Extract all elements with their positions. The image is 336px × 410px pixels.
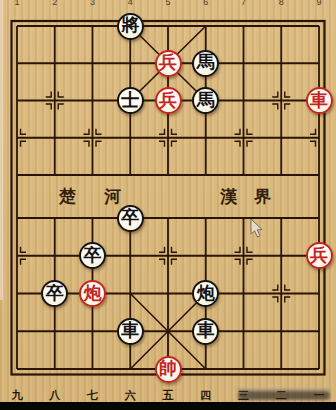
file-label-bottom-2: 八 (49, 388, 60, 403)
piece-character: 帥 (159, 355, 177, 382)
file-label-top-5: 5 (165, 0, 170, 7)
piece-character: 卒 (121, 204, 139, 231)
piece-red-cannon[interactable]: 炮 (79, 280, 106, 307)
piece-character: 卒 (46, 280, 64, 307)
piece-black-advisor[interactable]: 士 (117, 87, 144, 114)
piece-black-chariot[interactable]: 車 (192, 318, 219, 345)
file-label-top-9: 9 (316, 0, 321, 7)
piece-red-general[interactable]: 帥 (155, 356, 182, 383)
piece-character: 馬 (197, 87, 215, 114)
river-label-chu-he: 楚 河 (59, 187, 121, 206)
piece-red-soldier[interactable]: 兵 (306, 242, 333, 269)
file-label-bottom-5: 五 (163, 388, 174, 403)
file-label-bottom-1: 九 (12, 388, 23, 403)
piece-red-soldier[interactable]: 兵 (155, 87, 182, 114)
piece-red-chariot[interactable]: 車 (306, 87, 333, 114)
file-label-bottom-4: 六 (125, 388, 136, 403)
piece-character: 炮 (84, 280, 102, 307)
file-label-bottom-3: 七 (87, 388, 98, 403)
file-label-top-1: 1 (14, 0, 19, 7)
river-char: 界 (254, 187, 271, 206)
file-label-top-2: 2 (52, 0, 57, 7)
bottom-black-bar (0, 402, 336, 410)
piece-character: 兵 (310, 242, 328, 269)
piece-character: 車 (197, 317, 215, 344)
river-char: 漢 (220, 187, 237, 206)
file-label-top-8: 8 (279, 0, 284, 7)
river-label-han-jie: 漢 界 (220, 187, 271, 206)
xiangqi-board-screenshot: 123456789 九八七六五四三二一 楚 河 漢 界 將兵馬士兵馬車卒卒兵卒炮… (0, 0, 336, 410)
piece-red-soldier[interactable]: 兵 (155, 50, 182, 77)
piece-black-soldier[interactable]: 卒 (117, 205, 144, 232)
piece-black-horse[interactable]: 馬 (192, 50, 219, 77)
file-label-bottom-6: 四 (200, 388, 211, 403)
file-label-top-7: 7 (241, 0, 246, 7)
mouse-cursor-icon (250, 219, 266, 239)
file-label-top-3: 3 (90, 0, 95, 7)
piece-character: 炮 (197, 280, 215, 307)
blurred-watermark (238, 391, 330, 400)
piece-character: 兵 (159, 87, 177, 114)
piece-character: 士 (121, 87, 139, 114)
file-label-top-6: 6 (203, 0, 208, 7)
river-char: 河 (104, 187, 121, 206)
piece-character: 卒 (84, 242, 102, 269)
piece-character: 車 (310, 87, 328, 114)
piece-character: 馬 (197, 49, 215, 76)
piece-character: 車 (121, 317, 139, 344)
file-label-top-4: 4 (128, 0, 133, 7)
piece-character: 兵 (159, 49, 177, 76)
river-char: 楚 (59, 187, 76, 206)
piece-black-chariot[interactable]: 車 (117, 318, 144, 345)
piece-black-general[interactable]: 將 (117, 13, 144, 40)
piece-character: 將 (121, 12, 139, 39)
